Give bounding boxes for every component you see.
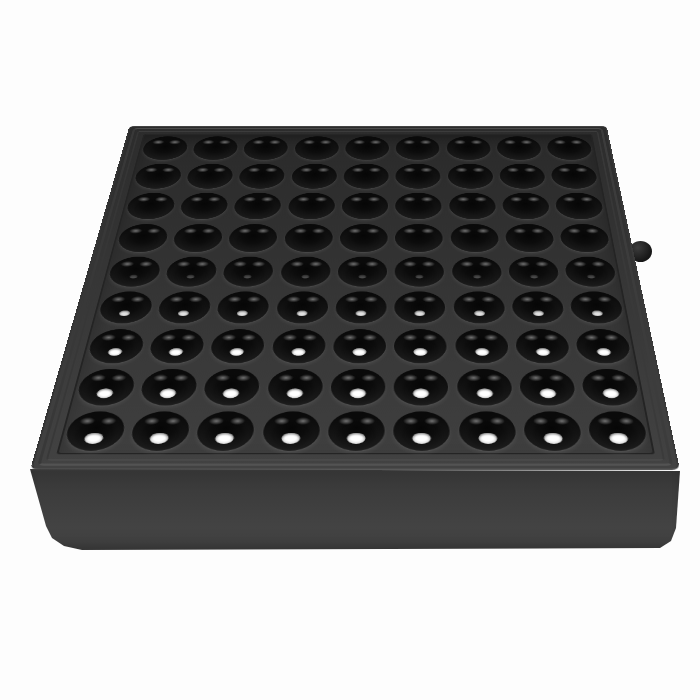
board-hole	[202, 369, 261, 406]
board-cell-r8c4	[261, 366, 328, 409]
board-cell-r1c8	[492, 134, 546, 161]
board-hole	[341, 193, 388, 220]
board-cell-r2c5	[339, 162, 392, 191]
board-cell-r9c6	[389, 409, 456, 455]
board-cell-r8c1	[69, 366, 143, 409]
board-hole	[96, 292, 155, 324]
board	[30, 126, 680, 470]
board-hole	[564, 257, 618, 287]
board-cell-r1c5	[341, 134, 393, 161]
board-cell-r6c1	[91, 289, 159, 326]
board-hole	[569, 292, 625, 324]
board-hole	[227, 224, 279, 252]
board-cell-r2c8	[495, 162, 550, 191]
board-hole	[574, 329, 632, 363]
board-cell-r4c2	[167, 222, 229, 255]
board-hole	[279, 257, 331, 287]
board-cell-r3c9	[550, 191, 609, 222]
board-cell-r4c8	[500, 222, 559, 255]
board-cell-r7c4	[266, 326, 330, 366]
board-cell-r4c5	[335, 222, 391, 255]
board-hole	[550, 164, 599, 189]
board-hole	[345, 136, 389, 160]
board-hole	[238, 164, 286, 189]
board-cell-r3c2	[174, 191, 234, 222]
board-cell-r2c6	[392, 162, 445, 191]
board-cell-r9c2	[123, 409, 197, 455]
board-hole	[147, 329, 206, 363]
board-cell-r5c2	[159, 254, 223, 289]
board-cell-r3c1	[120, 191, 181, 222]
board-hole	[124, 193, 177, 220]
board-hole	[171, 224, 224, 252]
board-cell-r8c5	[325, 366, 390, 409]
board-hole	[106, 257, 162, 287]
board-cell-r9c1	[56, 409, 133, 455]
board-hole	[332, 329, 386, 363]
board-cell-r5c8	[503, 254, 564, 289]
board-hole	[554, 193, 605, 220]
board-hole	[449, 193, 497, 220]
board-cell-r6c2	[151, 289, 217, 326]
board-cell-r2c4	[286, 162, 341, 191]
board-hole	[514, 329, 570, 363]
board-hole	[518, 369, 577, 406]
board-cell-r9c5	[322, 409, 389, 455]
board-cell-r5c4	[275, 254, 335, 289]
board-cell-r8c2	[133, 366, 204, 409]
board-cell-r9c3	[189, 409, 261, 455]
board-cell-r6c6	[390, 289, 450, 326]
board-hole	[261, 412, 321, 451]
board-hole	[453, 292, 506, 324]
board-cell-r7c8	[510, 326, 576, 366]
board-hole	[283, 224, 333, 252]
board-cell-r5c5	[333, 254, 391, 289]
board-cell-r2c9	[546, 162, 603, 191]
board-cell-r1c1	[136, 134, 193, 161]
board-cell-r2c7	[444, 162, 498, 191]
board-hole	[330, 369, 386, 406]
board-cell-r3c3	[228, 191, 286, 222]
board-cell-r3c5	[337, 191, 392, 222]
board-hole	[508, 257, 561, 287]
board-hole	[587, 412, 650, 451]
board-hole	[393, 412, 450, 451]
board-hole	[140, 136, 189, 160]
board-hole	[335, 292, 387, 324]
board-hole	[501, 193, 550, 220]
board-hole	[454, 329, 509, 363]
board-hole	[339, 224, 388, 252]
board-hole	[395, 224, 443, 252]
board-hole	[221, 257, 274, 287]
board-cell-r5c3	[217, 254, 279, 289]
board-hole	[242, 136, 289, 160]
board-cell-r6c5	[331, 289, 391, 326]
board-cell-r8c8	[514, 366, 582, 409]
board-cell-r7c9	[570, 326, 638, 366]
board-hole	[496, 136, 542, 160]
board-hole	[394, 329, 447, 363]
board-cell-r3c7	[445, 191, 501, 222]
board-cell-r9c9	[582, 409, 655, 455]
board-cell-r4c6	[391, 222, 447, 255]
board-hole	[138, 369, 199, 406]
board-cell-r1c9	[542, 134, 597, 161]
board-hole	[396, 164, 441, 189]
board-hole	[233, 193, 283, 220]
board-hole	[337, 257, 387, 287]
board-hole	[266, 369, 324, 406]
board-hole	[458, 412, 517, 451]
board-hole	[396, 136, 440, 160]
board-hole	[447, 164, 493, 189]
board-cell-r2c2	[181, 162, 239, 191]
board-hole	[215, 292, 270, 324]
product-photo-stage	[0, 0, 700, 700]
board-hole	[209, 329, 266, 363]
board-cell-r7c6	[390, 326, 452, 366]
board-hole	[194, 412, 256, 451]
board-hole	[580, 369, 641, 406]
board-hole	[395, 257, 445, 287]
board-hole	[62, 412, 128, 451]
board-hole	[504, 224, 555, 252]
board-cell-r5c9	[560, 254, 623, 289]
board-cell-r1c2	[187, 134, 243, 161]
board-cell-r8c9	[576, 366, 646, 409]
board-cell-r1c4	[290, 134, 343, 161]
board-hole	[546, 136, 594, 160]
perspective-scene	[0, 0, 700, 700]
board-hole	[156, 292, 213, 324]
board-hole	[128, 412, 192, 451]
board-hole	[395, 292, 446, 324]
board-hole	[294, 136, 340, 160]
board-cell-r7c2	[142, 326, 211, 366]
board-cell-r9c4	[256, 409, 325, 455]
board-cell-r4c7	[446, 222, 503, 255]
board-cell-r6c3	[211, 289, 275, 326]
board-hole	[287, 193, 336, 220]
board-hole	[511, 292, 566, 324]
board-cell-r8c3	[197, 366, 266, 409]
board-cell-r7c5	[328, 326, 390, 366]
board-cell-r2c3	[234, 162, 290, 191]
board-cell-r7c3	[204, 326, 271, 366]
board-cell-r5c7	[447, 254, 506, 289]
board-hole	[164, 257, 219, 287]
board-cell-r5c6	[391, 254, 449, 289]
board-hole	[185, 164, 235, 189]
board-cell-r3c6	[392, 191, 446, 222]
board-grid	[56, 134, 655, 454]
board-cell-r4c4	[279, 222, 337, 255]
board-hole	[394, 369, 449, 406]
board-hole	[446, 136, 491, 160]
board-hole	[115, 224, 170, 252]
board-cell-r6c7	[449, 289, 510, 326]
board-cell-r9c8	[518, 409, 589, 455]
board-hole	[456, 369, 513, 406]
board-cell-r5c1	[101, 254, 167, 289]
board-cell-r8c6	[389, 366, 453, 409]
board-hole	[178, 193, 229, 220]
board-cell-r3c4	[283, 191, 339, 222]
board-hole	[451, 257, 502, 287]
board-cell-r2c1	[128, 162, 187, 191]
board-cell-r1c7	[443, 134, 495, 161]
board-cell-r8c7	[452, 366, 518, 409]
board-cell-r6c8	[507, 289, 570, 326]
board-hole	[559, 224, 611, 252]
board-hole	[132, 164, 183, 189]
board-hole	[499, 164, 547, 189]
board-cell-r4c9	[555, 222, 616, 255]
board-cell-r3c8	[498, 191, 555, 222]
board-front-face	[30, 468, 680, 550]
board-hole	[522, 412, 583, 451]
board-hole	[275, 292, 329, 324]
board-hole	[450, 224, 499, 252]
board-cell-r7c1	[80, 326, 151, 366]
board-hole	[290, 164, 337, 189]
board-cell-r9c7	[454, 409, 522, 455]
board-hole	[343, 164, 389, 189]
board-hole	[85, 329, 146, 363]
board-hole	[191, 136, 239, 160]
board-cell-r1c6	[392, 134, 443, 161]
board-cell-r4c3	[223, 222, 283, 255]
board-cell-r6c9	[565, 289, 630, 326]
board-hole	[327, 412, 385, 451]
board-hole	[74, 369, 137, 406]
board-cell-r6c4	[271, 289, 333, 326]
board-hole	[271, 329, 327, 363]
board-cell-r7c7	[450, 326, 514, 366]
board-hole	[395, 193, 442, 220]
board-cell-r1c3	[238, 134, 292, 161]
board-cell-r4c1	[111, 222, 174, 255]
